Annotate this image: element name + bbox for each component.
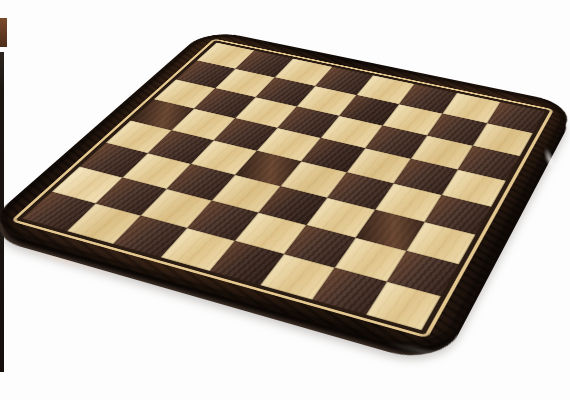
photo-canvas [0, 0, 570, 400]
board-wrap [0, 0, 400, 400]
frame-inlay-line [10, 39, 554, 339]
chess-board [0, 29, 570, 359]
playing-field [22, 43, 545, 331]
